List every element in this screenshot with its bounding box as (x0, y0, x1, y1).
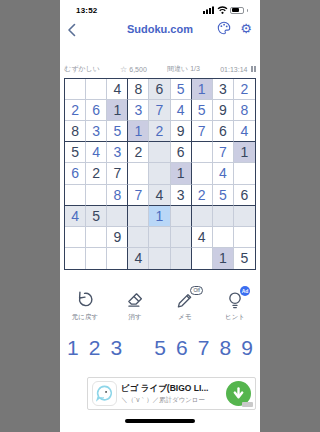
cell-r6c8[interactable]: 5 (213, 185, 234, 206)
ad-title: ビゴ ライブ(BIGO LI... (121, 383, 222, 395)
status-time: 13:52 (76, 6, 97, 15)
cell-r1c9[interactable]: 2 (234, 79, 255, 100)
bigo-live-icon (92, 381, 117, 406)
cell-r3c7[interactable]: 7 (192, 121, 213, 142)
cell-r1c4[interactable]: 8 (128, 79, 149, 100)
cell-r2c8[interactable]: 9 (213, 100, 234, 121)
cell-r5c2[interactable]: 2 (86, 163, 107, 184)
cell-r3c5[interactable]: 2 (149, 121, 170, 142)
cell-r8c7[interactable]: 4 (192, 227, 213, 248)
cell-r5c6[interactable]: 1 (171, 163, 192, 184)
cell-r7c4[interactable] (128, 206, 149, 227)
settings-button[interactable]: ⚙ (240, 22, 252, 35)
cell-r4c6[interactable]: 6 (171, 142, 192, 163)
numpad-7[interactable]: 7 (193, 336, 215, 360)
cell-r4c4[interactable]: 2 (128, 142, 149, 163)
numpad-2[interactable]: 2 (84, 336, 106, 360)
cell-r5c8[interactable]: 4 (213, 163, 234, 184)
cell-r8c6[interactable] (171, 227, 192, 248)
cell-r9c4[interactable]: 4 (128, 248, 149, 269)
cell-r7c2[interactable]: 5 (86, 206, 107, 227)
numpad-8[interactable]: 8 (214, 336, 236, 360)
cell-r6c2[interactable] (86, 185, 107, 206)
ad-text: ビゴ ライブ(BIGO LI... ＼（´v｀）／累計ダウンロー (121, 383, 222, 405)
battery-nub (247, 9, 249, 12)
undo-icon (74, 289, 96, 311)
cell-r6c6[interactable]: 3 (171, 185, 192, 206)
difficulty-label[interactable]: むずかしい (64, 64, 100, 74)
cell-r3c3[interactable]: 5 (107, 121, 128, 142)
cell-r4c9[interactable]: 1 (234, 142, 255, 163)
cell-r3c6[interactable]: 9 (171, 121, 192, 142)
cell-r3c1[interactable]: 8 (65, 121, 86, 142)
cell-r1c6[interactable]: 5 (171, 79, 192, 100)
ad-subtitle: ＼（´v｀）／累計ダウンロー (121, 396, 222, 405)
header-icons: ⚙ (217, 21, 252, 35)
timer-value: 01:13:14 (220, 66, 247, 73)
sudoku-grid: 4865132261374598835129764543267162714874… (64, 78, 256, 270)
cell-r8c8[interactable] (213, 227, 234, 248)
cell-r4c2[interactable]: 4 (86, 142, 107, 163)
cell-r8c9[interactable] (234, 227, 255, 248)
stats-row: むずかしい ☆ 6,500 間違い 1/3 01:13:14 (64, 63, 256, 75)
cell-r9c1[interactable] (65, 248, 86, 269)
score-value: 6,500 (129, 66, 147, 73)
cell-r4c1[interactable]: 5 (65, 142, 86, 163)
cell-r7c1[interactable]: 4 (65, 206, 86, 227)
header: Sudoku.com ⚙ (60, 18, 260, 44)
cell-r2c9[interactable]: 8 (234, 100, 255, 121)
cell-r2c6[interactable]: 4 (171, 100, 192, 121)
cell-r3c4[interactable]: 1 (128, 121, 149, 142)
undo-label: 元に戻す (72, 313, 98, 322)
wifi-icon (217, 6, 228, 14)
cell-r5c5[interactable] (149, 163, 170, 184)
pause-button[interactable] (251, 66, 256, 72)
status-icons (203, 6, 248, 14)
cell-r1c1[interactable] (65, 79, 86, 100)
cell-r1c3[interactable]: 4 (107, 79, 128, 100)
notes-label: メモ (178, 313, 191, 322)
undo-button[interactable]: 元に戻す (62, 289, 108, 322)
cell-r2c5[interactable]: 7 (149, 100, 170, 121)
toolbar: 元に戻す 消す Off メモ (60, 289, 260, 322)
battery-icon (230, 7, 244, 14)
cell-r4c5[interactable] (149, 142, 170, 163)
notes-off-badge: Off (190, 286, 203, 295)
hint-button[interactable]: Ad ヒント (212, 289, 258, 322)
hint-label: ヒント (225, 313, 245, 322)
cell-r7c6[interactable] (171, 206, 192, 227)
cell-r3c8[interactable]: 6 (213, 121, 234, 142)
cell-r7c7[interactable] (192, 206, 213, 227)
cell-r9c7[interactable] (192, 248, 213, 269)
status-bar: 13:52 (60, 0, 260, 18)
cell-r1c7[interactable]: 1 (192, 79, 213, 100)
cell-r3c2[interactable]: 3 (86, 121, 107, 142)
cell-r4c7[interactable] (192, 142, 213, 163)
cell-r1c5[interactable]: 6 (149, 79, 170, 100)
cell-r5c1[interactable]: 6 (65, 163, 86, 184)
cell-r2c3[interactable]: 1 (107, 100, 128, 121)
eraser-icon (124, 289, 146, 311)
cell-r1c2[interactable] (86, 79, 107, 100)
theme-palette-button[interactable] (217, 21, 231, 35)
cell-r7c9[interactable] (234, 206, 255, 227)
cell-r9c8[interactable]: 1 (213, 248, 234, 269)
cell-r8c5[interactable] (149, 227, 170, 248)
numpad-3[interactable]: 3 (106, 336, 128, 360)
cell-r3c9[interactable]: 4 (234, 121, 255, 142)
cell-r9c2[interactable] (86, 248, 107, 269)
numpad-4-slot-empty (127, 336, 149, 360)
hint-ad-badge: Ad (240, 286, 250, 296)
cell-r9c9[interactable]: 5 (234, 248, 255, 269)
mistakes-counter: 間違い 1/3 (167, 64, 200, 74)
home-indicator[interactable] (125, 419, 195, 423)
sudoku-app: 13:52 Sudoku.com (60, 0, 260, 432)
cell-r7c3[interactable] (107, 206, 128, 227)
cell-r8c2[interactable] (86, 227, 107, 248)
numpad-5[interactable]: 5 (149, 336, 171, 360)
ad-banner[interactable]: ビゴ ライブ(BIGO LI... ＼（´v｀）／累計ダウンロー (87, 377, 256, 410)
cell-r2c2[interactable]: 6 (86, 100, 107, 121)
cell-r6c7[interactable]: 2 (192, 185, 213, 206)
cell-r6c1[interactable] (65, 185, 86, 206)
lightbulb-icon: Ad (224, 289, 246, 311)
cell-r5c3[interactable]: 7 (107, 163, 128, 184)
cell-r8c1[interactable] (65, 227, 86, 248)
notes-button[interactable]: Off メモ (162, 289, 208, 322)
cell-r9c5[interactable] (149, 248, 170, 269)
erase-button[interactable]: 消す (112, 289, 158, 322)
timer: 01:13:14 (220, 66, 256, 73)
cell-r2c7[interactable]: 5 (192, 100, 213, 121)
cell-r4c8[interactable]: 7 (213, 142, 234, 163)
number-pad: 1 2 3 5 6 7 8 9 (62, 336, 258, 360)
cell-r8c3[interactable]: 9 (107, 227, 128, 248)
cell-r5c9[interactable] (234, 163, 255, 184)
cell-r5c7[interactable] (192, 163, 213, 184)
cell-r7c8[interactable] (213, 206, 234, 227)
numpad-1[interactable]: 1 (62, 336, 84, 360)
cell-r6c9[interactable]: 6 (234, 185, 255, 206)
cell-r8c4[interactable] (128, 227, 149, 248)
cell-r2c4[interactable]: 3 (128, 100, 149, 121)
cell-r4c3[interactable]: 3 (107, 142, 128, 163)
numpad-9[interactable]: 9 (236, 336, 258, 360)
cell-r6c5[interactable]: 4 (149, 185, 170, 206)
cell-r6c3[interactable]: 8 (107, 185, 128, 206)
ad-label-tag (242, 402, 253, 407)
cell-r2c1[interactable]: 2 (65, 100, 86, 121)
erase-label: 消す (128, 313, 141, 322)
cell-r1c8[interactable]: 3 (213, 79, 234, 100)
score: ☆ 6,500 (120, 65, 147, 74)
numpad-6[interactable]: 6 (171, 336, 193, 360)
pencil-icon: Off (174, 289, 196, 311)
cell-r5c4[interactable] (128, 163, 149, 184)
star-icon: ☆ (120, 65, 127, 74)
cell-r9c6[interactable] (171, 248, 192, 269)
cell-r6c4[interactable]: 7 (128, 185, 149, 206)
cellular-signal-icon (203, 6, 215, 14)
cell-r9c3[interactable] (107, 248, 128, 269)
cell-r7c5[interactable]: 1 (149, 206, 170, 227)
